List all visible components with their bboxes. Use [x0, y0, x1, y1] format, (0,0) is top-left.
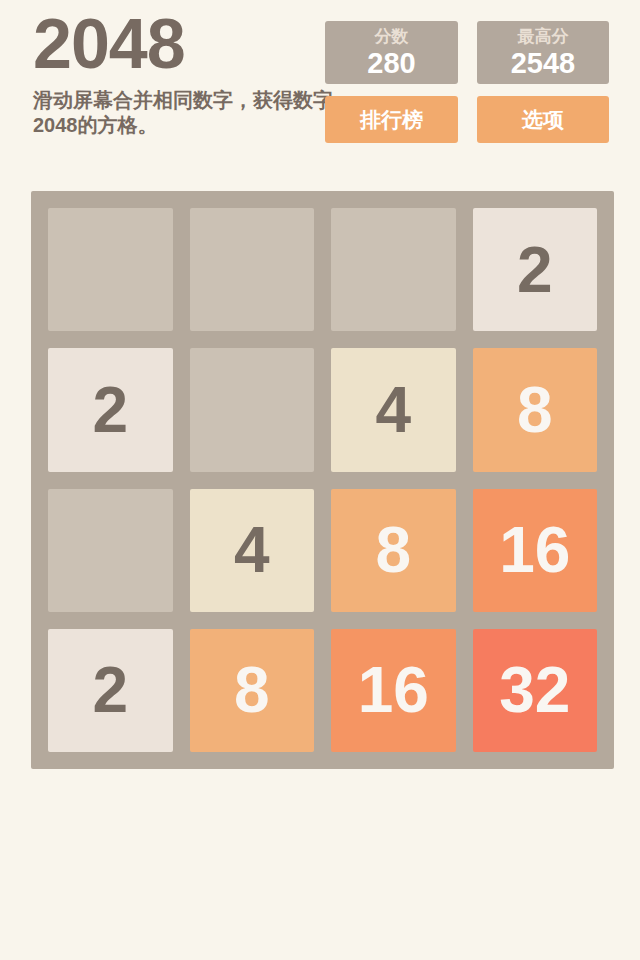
- options-button[interactable]: 选项: [477, 96, 609, 143]
- game-board[interactable]: 22484816281632: [31, 191, 614, 769]
- tile-16: 16: [331, 629, 456, 752]
- game-description: 滑动屏幕合并相同数字，获得数字2048的方格。: [33, 88, 341, 138]
- cell-empty: [190, 208, 315, 331]
- cell-empty: [48, 489, 173, 612]
- score-box: 分数 280: [325, 21, 458, 84]
- cell-empty: [190, 348, 315, 471]
- page-title: 2048: [33, 8, 185, 80]
- best-score-label: 最高分: [477, 26, 609, 47]
- tile-8: 8: [473, 348, 598, 471]
- tile-16: 16: [473, 489, 598, 612]
- tile-32: 32: [473, 629, 598, 752]
- tile-8: 8: [190, 629, 315, 752]
- tile-8: 8: [331, 489, 456, 612]
- tile-2: 2: [48, 348, 173, 471]
- best-score-box: 最高分 2548: [477, 21, 609, 84]
- tile-4: 4: [190, 489, 315, 612]
- cell-empty: [331, 208, 456, 331]
- tile-2: 2: [48, 629, 173, 752]
- cell-empty: [48, 208, 173, 331]
- tile-2: 2: [473, 208, 598, 331]
- leaderboard-button[interactable]: 排行榜: [325, 96, 458, 143]
- tile-4: 4: [331, 348, 456, 471]
- score-value: 280: [325, 47, 458, 79]
- best-score-value: 2548: [477, 47, 609, 79]
- score-label: 分数: [325, 26, 458, 47]
